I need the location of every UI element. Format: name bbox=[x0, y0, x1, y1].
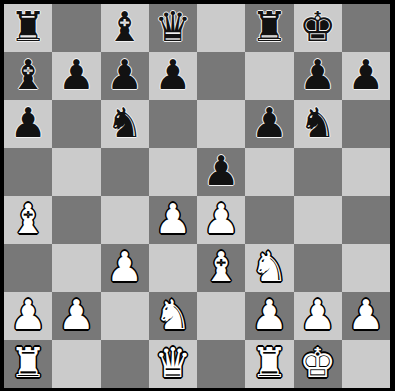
piece-black-pawn[interactable]: ♟ bbox=[58, 52, 95, 99]
piece-white-pawn[interactable]: ♟ bbox=[154, 196, 191, 243]
square-h4[interactable] bbox=[342, 196, 390, 244]
square-b2[interactable]: ♟ bbox=[52, 292, 100, 340]
piece-black-pawn[interactable]: ♟ bbox=[299, 52, 336, 99]
square-a4[interactable]: ♝ bbox=[4, 196, 52, 244]
square-e2[interactable] bbox=[197, 292, 245, 340]
chess-board-frame: ♜♝♛♜♚♝♟♟♟♟♟♟♞♟♞♟♝♟♟♟♝♞♟♟♞♟♟♟♜♛♜♚ bbox=[0, 0, 395, 391]
square-c7[interactable]: ♟ bbox=[101, 52, 149, 100]
square-g4[interactable] bbox=[294, 196, 342, 244]
square-c5[interactable] bbox=[101, 148, 149, 196]
square-a6[interactable]: ♟ bbox=[4, 100, 52, 148]
square-c2[interactable] bbox=[101, 292, 149, 340]
piece-white-queen[interactable]: ♛ bbox=[154, 340, 191, 387]
piece-white-knight[interactable]: ♞ bbox=[251, 244, 288, 291]
square-b3[interactable] bbox=[52, 244, 100, 292]
square-b6[interactable] bbox=[52, 100, 100, 148]
piece-black-knight[interactable]: ♞ bbox=[299, 100, 336, 147]
piece-black-knight[interactable]: ♞ bbox=[106, 100, 143, 147]
square-g6[interactable]: ♞ bbox=[294, 100, 342, 148]
square-e3[interactable]: ♝ bbox=[197, 244, 245, 292]
square-c6[interactable]: ♞ bbox=[101, 100, 149, 148]
square-f2[interactable]: ♟ bbox=[245, 292, 293, 340]
square-b5[interactable] bbox=[52, 148, 100, 196]
piece-white-pawn[interactable]: ♟ bbox=[299, 292, 336, 339]
piece-white-pawn[interactable]: ♟ bbox=[347, 292, 384, 339]
square-f5[interactable] bbox=[245, 148, 293, 196]
square-g1[interactable]: ♚ bbox=[294, 340, 342, 388]
square-a7[interactable]: ♝ bbox=[4, 52, 52, 100]
piece-black-pawn[interactable]: ♟ bbox=[347, 52, 384, 99]
square-d2[interactable]: ♞ bbox=[149, 292, 197, 340]
piece-white-king[interactable]: ♚ bbox=[299, 340, 336, 387]
square-g3[interactable] bbox=[294, 244, 342, 292]
square-f3[interactable]: ♞ bbox=[245, 244, 293, 292]
square-e4[interactable]: ♟ bbox=[197, 196, 245, 244]
square-f6[interactable]: ♟ bbox=[245, 100, 293, 148]
square-c3[interactable]: ♟ bbox=[101, 244, 149, 292]
square-f8[interactable]: ♜ bbox=[245, 4, 293, 52]
square-c1[interactable] bbox=[101, 340, 149, 388]
square-c4[interactable] bbox=[101, 196, 149, 244]
square-h7[interactable]: ♟ bbox=[342, 52, 390, 100]
square-f7[interactable] bbox=[245, 52, 293, 100]
piece-white-rook[interactable]: ♜ bbox=[10, 340, 47, 387]
square-h8[interactable] bbox=[342, 4, 390, 52]
square-h1[interactable] bbox=[342, 340, 390, 388]
square-b7[interactable]: ♟ bbox=[52, 52, 100, 100]
square-e5[interactable]: ♟ bbox=[197, 148, 245, 196]
piece-black-pawn[interactable]: ♟ bbox=[203, 148, 240, 195]
piece-black-bishop[interactable]: ♝ bbox=[10, 52, 47, 99]
square-g8[interactable]: ♚ bbox=[294, 4, 342, 52]
piece-white-pawn[interactable]: ♟ bbox=[251, 292, 288, 339]
square-d1[interactable]: ♛ bbox=[149, 340, 197, 388]
chess-board: ♜♝♛♜♚♝♟♟♟♟♟♟♞♟♞♟♝♟♟♟♝♞♟♟♞♟♟♟♜♛♜♚ bbox=[4, 4, 390, 388]
piece-black-rook[interactable]: ♜ bbox=[251, 4, 288, 51]
square-d5[interactable] bbox=[149, 148, 197, 196]
square-a5[interactable] bbox=[4, 148, 52, 196]
square-d4[interactable]: ♟ bbox=[149, 196, 197, 244]
square-d6[interactable] bbox=[149, 100, 197, 148]
square-h2[interactable]: ♟ bbox=[342, 292, 390, 340]
square-f4[interactable] bbox=[245, 196, 293, 244]
piece-black-queen[interactable]: ♛ bbox=[154, 4, 191, 51]
square-b4[interactable] bbox=[52, 196, 100, 244]
piece-white-bishop[interactable]: ♝ bbox=[203, 244, 240, 291]
square-d7[interactable]: ♟ bbox=[149, 52, 197, 100]
square-e6[interactable] bbox=[197, 100, 245, 148]
piece-black-rook[interactable]: ♜ bbox=[10, 4, 47, 51]
piece-white-knight[interactable]: ♞ bbox=[154, 292, 191, 339]
square-b1[interactable] bbox=[52, 340, 100, 388]
square-e8[interactable] bbox=[197, 4, 245, 52]
square-d8[interactable]: ♛ bbox=[149, 4, 197, 52]
square-b8[interactable] bbox=[52, 4, 100, 52]
square-h3[interactable] bbox=[342, 244, 390, 292]
square-f1[interactable]: ♜ bbox=[245, 340, 293, 388]
square-g2[interactable]: ♟ bbox=[294, 292, 342, 340]
square-a1[interactable]: ♜ bbox=[4, 340, 52, 388]
square-h5[interactable] bbox=[342, 148, 390, 196]
piece-black-pawn[interactable]: ♟ bbox=[10, 100, 47, 147]
square-a8[interactable]: ♜ bbox=[4, 4, 52, 52]
square-c8[interactable]: ♝ bbox=[101, 4, 149, 52]
piece-black-pawn[interactable]: ♟ bbox=[106, 52, 143, 99]
square-a2[interactable]: ♟ bbox=[4, 292, 52, 340]
square-g5[interactable] bbox=[294, 148, 342, 196]
piece-black-pawn[interactable]: ♟ bbox=[154, 52, 191, 99]
square-e7[interactable] bbox=[197, 52, 245, 100]
piece-white-pawn[interactable]: ♟ bbox=[10, 292, 47, 339]
square-h6[interactable] bbox=[342, 100, 390, 148]
piece-black-pawn[interactable]: ♟ bbox=[251, 100, 288, 147]
square-g7[interactable]: ♟ bbox=[294, 52, 342, 100]
piece-black-bishop[interactable]: ♝ bbox=[106, 4, 143, 51]
square-e1[interactable] bbox=[197, 340, 245, 388]
piece-white-pawn[interactable]: ♟ bbox=[58, 292, 95, 339]
piece-white-pawn[interactable]: ♟ bbox=[106, 244, 143, 291]
piece-white-rook[interactable]: ♜ bbox=[251, 340, 288, 387]
piece-white-pawn[interactable]: ♟ bbox=[203, 196, 240, 243]
square-a3[interactable] bbox=[4, 244, 52, 292]
square-d3[interactable] bbox=[149, 244, 197, 292]
piece-white-bishop[interactable]: ♝ bbox=[10, 196, 47, 243]
piece-black-king[interactable]: ♚ bbox=[299, 4, 336, 51]
